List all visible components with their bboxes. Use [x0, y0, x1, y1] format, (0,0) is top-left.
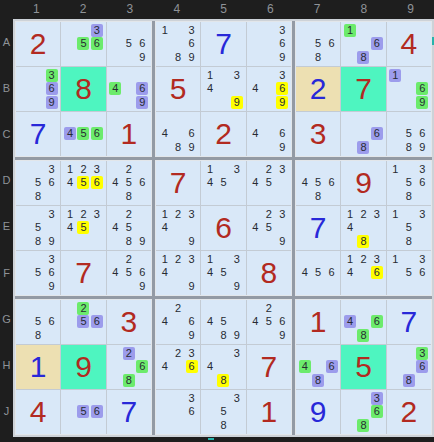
cell-E1[interactable]: 3589: [16, 206, 60, 250]
cell-G6[interactable]: 24569: [247, 300, 291, 344]
candidate-8: 8: [122, 374, 135, 387]
candidate-digit: 4: [159, 266, 171, 279]
candidate-digit: 9: [186, 141, 198, 154]
given-digit: 8: [61, 67, 105, 111]
empty-candidate-slot: [109, 190, 122, 203]
cell-B6[interactable]: 3469: [247, 67, 291, 111]
candidate-5: 5: [77, 37, 90, 50]
cell-B2[interactable]: 8: [61, 67, 105, 111]
empty-candidate-slot: [249, 114, 262, 127]
candidate-digit: 9: [186, 329, 198, 342]
empty-candidate-slot: [249, 302, 262, 315]
candidate-digit-purple: 3: [371, 392, 383, 405]
cell-H7[interactable]: 468: [296, 345, 340, 389]
given-digit: 2: [16, 22, 60, 66]
candidate-digit: 8: [403, 190, 415, 203]
candidate-digit: 1: [159, 24, 171, 37]
cell-F8[interactable]: 12346: [341, 251, 385, 295]
candidate-digit: 6: [186, 37, 198, 50]
cell-B3[interactable]: 469: [107, 67, 151, 111]
candidate-grid: 468: [298, 347, 338, 387]
candidate-digit: 9: [136, 51, 148, 64]
empty-candidate-slot: [136, 190, 149, 203]
cell-D8[interactable]: 9: [341, 161, 385, 205]
given-digit: 6: [201, 206, 245, 250]
empty-candidate-slot: [31, 82, 44, 95]
cell-E9[interactable]: 1358: [387, 206, 431, 250]
empty-candidate-slot: [109, 96, 122, 109]
candidate-3: 3: [416, 253, 429, 266]
cell-F5[interactable]: 13459: [201, 251, 245, 295]
empty-candidate-slot: [249, 24, 262, 37]
candidate-digit: 3: [231, 392, 243, 405]
candidate-digit: 5: [403, 266, 415, 279]
candidate-9: 9: [416, 141, 429, 154]
empty-candidate-slot: [122, 360, 135, 373]
candidate-4: 4: [203, 176, 216, 189]
candidate-digit: 6: [276, 315, 288, 328]
col-label-6: 6: [267, 2, 274, 16]
candidate-5: 5: [217, 405, 230, 418]
candidate-1: 1: [158, 253, 171, 266]
empty-candidate-slot: [298, 190, 311, 203]
empty-candidate-slot: [402, 114, 415, 127]
candidate-8: 8: [31, 190, 44, 203]
candidate-9: 9: [185, 51, 198, 64]
candidate-digit: 8: [123, 235, 135, 248]
candidate-4: 4: [109, 176, 122, 189]
candidate-3: 3: [185, 392, 198, 405]
candidate-8: 8: [357, 51, 370, 64]
cell-F2[interactable]: 7: [61, 251, 105, 295]
row-label-A: A: [3, 36, 10, 48]
empty-candidate-slot: [262, 82, 275, 95]
box-7: 5682563192684567: [15, 299, 152, 435]
candidate-grid: 12345: [63, 208, 103, 248]
candidate-8: 8: [122, 190, 135, 203]
cell-A8[interactable]: 168: [341, 22, 385, 66]
empty-candidate-slot: [63, 114, 76, 127]
empty-candidate-slot: [63, 329, 76, 342]
empty-candidate-slot: [402, 96, 415, 109]
empty-candidate-slot: [18, 266, 31, 279]
candidate-grid: 12346: [343, 253, 383, 293]
empty-candidate-slot: [370, 235, 383, 248]
cell-A4[interactable]: 13689: [156, 22, 200, 66]
candidate-digit-purple: 9: [136, 96, 148, 109]
candidate-digit-green: 1: [344, 24, 356, 37]
cell-F7[interactable]: 456: [296, 251, 340, 295]
cell-D4[interactable]: 7: [156, 161, 200, 205]
empty-candidate-slot: [217, 392, 230, 405]
empty-candidate-slot: [389, 266, 402, 279]
cell-G8[interactable]: 468: [341, 300, 385, 344]
candidate-3: 3: [45, 253, 58, 266]
cell-D5[interactable]: 1345: [201, 161, 245, 205]
empty-candidate-slot: [343, 405, 356, 418]
candidate-grid: 5689: [389, 114, 429, 154]
empty-candidate-slot: [357, 302, 370, 315]
candidate-digit: 9: [136, 280, 148, 293]
cell-D3[interactable]: 24568: [107, 161, 151, 205]
candidate-6: 6: [136, 266, 149, 279]
empty-candidate-slot: [45, 329, 58, 342]
candidate-9: 9: [230, 96, 243, 109]
candidate-2: 2: [171, 347, 184, 360]
cell-J4[interactable]: 36: [156, 390, 200, 434]
empty-candidate-slot: [158, 405, 171, 418]
cell-C6[interactable]: 469: [247, 112, 291, 156]
candidate-digit: 2: [357, 208, 369, 221]
candidate-digit-purple: 6: [326, 360, 338, 373]
cell-A3[interactable]: 569: [107, 22, 151, 66]
empty-candidate-slot: [158, 329, 171, 342]
candidate-digit: 6: [186, 315, 198, 328]
cell-D2[interactable]: 123456: [61, 161, 105, 205]
empty-candidate-slot: [325, 374, 338, 387]
cell-H3[interactable]: 268: [107, 345, 151, 389]
candidate-4: 4: [63, 221, 76, 234]
candidate-4: 4: [203, 266, 216, 279]
box-3: 5681684271693685689: [295, 21, 432, 157]
candidate-8: 8: [217, 329, 230, 342]
candidate-digit: 3: [276, 24, 288, 37]
candidate-4: 4: [158, 127, 171, 140]
candidate-digit: 4: [299, 266, 311, 279]
empty-candidate-slot: [77, 51, 90, 64]
candidate-9: 9: [230, 280, 243, 293]
candidate-2: 2: [77, 208, 90, 221]
empty-candidate-slot: [171, 419, 184, 432]
candidate-digit: 4: [299, 176, 311, 189]
candidate-2: 2: [171, 208, 184, 221]
empty-candidate-slot: [370, 302, 383, 315]
cell-J7[interactable]: 9: [296, 390, 340, 434]
empty-candidate-slot: [136, 24, 149, 37]
cell-D7[interactable]: 4568: [296, 161, 340, 205]
empty-candidate-slot: [90, 51, 103, 64]
empty-candidate-slot: [171, 360, 184, 373]
given-digit: 1: [296, 300, 340, 344]
empty-candidate-slot: [217, 190, 230, 203]
empty-candidate-slot: [158, 114, 171, 127]
candidate-5: 5: [77, 127, 90, 140]
cell-C5[interactable]: 2: [201, 112, 245, 156]
candidate-digit: 3: [371, 253, 383, 266]
given-digit: 5: [156, 67, 200, 111]
candidate-9: 9: [185, 235, 198, 248]
empty-candidate-slot: [262, 235, 275, 248]
candidate-digit: 3: [416, 163, 428, 176]
cell-C8[interactable]: 68: [341, 112, 385, 156]
cell-E7[interactable]: 7: [296, 206, 340, 250]
candidate-5: 5: [77, 405, 90, 418]
empty-candidate-slot: [311, 163, 324, 176]
candidate-digit: 4: [249, 82, 261, 95]
candidate-grid: 348: [203, 347, 243, 387]
candidate-6: 6: [416, 127, 429, 140]
cell-F3[interactable]: 24569: [107, 251, 151, 295]
row-label-E: E: [3, 220, 10, 232]
cell-C1[interactable]: 7: [16, 112, 60, 156]
candidate-digit-green: 6: [371, 315, 383, 328]
candidate-digit: 1: [159, 253, 171, 266]
candidate-digit-purple: 2: [123, 347, 135, 360]
cell-D9[interactable]: 13568: [387, 161, 431, 205]
candidate-2: 2: [171, 253, 184, 266]
cell-F1[interactable]: 3569: [16, 251, 60, 295]
candidate-grid: 3469: [249, 69, 289, 109]
candidate-8: 8: [217, 374, 230, 387]
candidate-2: 2: [122, 208, 135, 221]
candidate-4: 4: [249, 82, 262, 95]
candidate-grid: 56: [63, 392, 103, 432]
cell-A5[interactable]: 7: [201, 22, 245, 66]
candidate-4: 4: [298, 176, 311, 189]
candidate-5: 5: [311, 176, 324, 189]
empty-candidate-slot: [18, 208, 31, 221]
candidate-4: 4: [158, 360, 171, 373]
cell-F9[interactable]: 1356: [387, 251, 431, 295]
cell-C2[interactable]: 456: [61, 112, 105, 156]
candidate-4: 4: [298, 266, 311, 279]
given-digit: 2: [201, 112, 245, 156]
cell-F4[interactable]: 12349: [156, 251, 200, 295]
candidate-digit-purple: 8: [357, 51, 369, 64]
candidate-digit: 3: [276, 208, 288, 221]
cell-J2[interactable]: 56: [61, 390, 105, 434]
candidate-6: 6: [325, 266, 338, 279]
given-digit: 4: [16, 390, 60, 434]
candidate-digit: 4: [249, 315, 261, 328]
cell-J1[interactable]: 4: [16, 390, 60, 434]
candidate-digit: 5: [32, 266, 44, 279]
candidate-grid: 4589: [203, 302, 243, 342]
cell-B9[interactable]: 169: [387, 67, 431, 111]
cell-H6[interactable]: 7: [247, 345, 291, 389]
candidate-digit: 3: [276, 69, 288, 82]
cell-F6[interactable]: 8: [247, 251, 291, 295]
candidate-4: 4: [158, 266, 171, 279]
empty-candidate-slot: [217, 82, 230, 95]
cell-D1[interactable]: 3568: [16, 161, 60, 205]
candidate-8: 8: [357, 329, 370, 342]
cell-J8[interactable]: 368: [341, 390, 385, 434]
candidate-digit-yellow: 8: [357, 235, 369, 248]
candidate-digit: 9: [276, 235, 288, 248]
cell-E3[interactable]: 24589: [107, 206, 151, 250]
cell-C4[interactable]: 4689: [156, 112, 200, 156]
candidate-5: 5: [402, 266, 415, 279]
empty-candidate-slot: [63, 190, 76, 203]
empty-candidate-slot: [31, 280, 44, 293]
candidate-8: 8: [122, 235, 135, 248]
empty-candidate-slot: [203, 347, 216, 360]
empty-candidate-slot: [298, 253, 311, 266]
row-label-F: F: [3, 267, 10, 279]
empty-candidate-slot: [203, 302, 216, 315]
col-label-3: 3: [127, 2, 134, 16]
col-label-5: 5: [220, 2, 227, 16]
candidate-6: 6: [90, 176, 103, 189]
candidate-1: 1: [203, 253, 216, 266]
candidate-digit: 1: [389, 208, 401, 221]
candidate-5: 5: [262, 315, 275, 328]
column-labels: 123456789: [13, 1, 434, 16]
cell-H5[interactable]: 348: [201, 345, 245, 389]
candidate-1: 1: [158, 24, 171, 37]
empty-candidate-slot: [18, 82, 31, 95]
cell-C9[interactable]: 5689: [387, 112, 431, 156]
candidate-digit: 8: [403, 235, 415, 248]
cell-E8[interactable]: 12348: [341, 206, 385, 250]
candidate-grid: 68: [343, 114, 383, 154]
empty-candidate-slot: [217, 69, 230, 82]
candidate-digit: 3: [371, 208, 383, 221]
candidate-digit: 6: [46, 176, 58, 189]
cell-A7[interactable]: 568: [296, 22, 340, 66]
candidate-digit: 6: [186, 127, 198, 140]
candidate-digit: 4: [204, 82, 216, 95]
empty-candidate-slot: [343, 127, 356, 140]
candidate-6: 6: [370, 266, 383, 279]
candidate-9: 9: [276, 235, 289, 248]
candidate-grid: 369: [18, 69, 58, 109]
empty-candidate-slot: [370, 221, 383, 234]
candidate-9: 9: [185, 280, 198, 293]
cell-J9[interactable]: 2: [387, 390, 431, 434]
empty-candidate-slot: [325, 163, 338, 176]
cell-B5[interactable]: 1349: [201, 67, 245, 111]
candidate-6: 6: [90, 405, 103, 418]
cell-G3[interactable]: 3: [107, 300, 151, 344]
cell-H8[interactable]: 5: [341, 345, 385, 389]
candidate-3: 3: [45, 69, 58, 82]
empty-candidate-slot: [203, 96, 216, 109]
cell-A6[interactable]: 369: [247, 22, 291, 66]
cell-E6[interactable]: 23459: [247, 206, 291, 250]
candidate-grid: 24568: [109, 163, 149, 203]
cell-H2[interactable]: 9: [61, 345, 105, 389]
empty-candidate-slot: [357, 114, 370, 127]
candidate-9: 9: [45, 96, 58, 109]
cell-C3[interactable]: 1: [107, 112, 151, 156]
candidate-digit: 5: [123, 221, 135, 234]
solved-digit: 7: [387, 300, 431, 344]
candidate-digit: 5: [312, 176, 324, 189]
cell-G2[interactable]: 256: [61, 300, 105, 344]
empty-candidate-slot: [389, 190, 402, 203]
empty-candidate-slot: [90, 221, 103, 234]
candidate-5: 5: [122, 176, 135, 189]
candidate-6: 6: [185, 360, 198, 373]
cell-J3[interactable]: 7: [107, 390, 151, 434]
cell-A2[interactable]: 356: [61, 22, 105, 66]
cell-G7[interactable]: 1: [296, 300, 340, 344]
empty-candidate-slot: [31, 302, 44, 315]
empty-candidate-slot: [230, 360, 243, 373]
cell-H9[interactable]: 368: [387, 345, 431, 389]
cell-E4[interactable]: 12349: [156, 206, 200, 250]
empty-candidate-slot: [402, 163, 415, 176]
empty-candidate-slot: [343, 419, 356, 432]
solved-digit: 7: [296, 206, 340, 250]
candidate-2: 2: [77, 302, 90, 315]
candidate-9: 9: [276, 329, 289, 342]
cell-A1[interactable]: 2: [16, 22, 60, 66]
candidate-digit: 5: [263, 221, 275, 234]
candidate-digit: 5: [32, 221, 44, 234]
empty-candidate-slot: [18, 315, 31, 328]
candidate-digit-green: 6: [91, 127, 103, 140]
empty-candidate-slot: [122, 96, 135, 109]
candidate-6: 6: [276, 37, 289, 50]
empty-candidate-slot: [31, 253, 44, 266]
empty-candidate-slot: [18, 253, 31, 266]
candidate-digit: 3: [46, 253, 58, 266]
candidate-9: 9: [45, 280, 58, 293]
cell-B7[interactable]: 2: [296, 67, 340, 111]
candidate-3: 3: [45, 208, 58, 221]
candidate-digit-purple: 6: [371, 127, 383, 140]
cell-G1[interactable]: 568: [16, 300, 60, 344]
candidate-3: 3: [276, 208, 289, 221]
candidate-grid: 369: [249, 24, 289, 64]
candidate-digit: 5: [123, 176, 135, 189]
candidate-digit: 2: [172, 302, 184, 315]
cell-G9[interactable]: 7: [387, 300, 431, 344]
cell-B4[interactable]: 5: [156, 67, 200, 111]
cell-G5[interactable]: 4589: [201, 300, 245, 344]
candidate-digit-green: 6: [371, 405, 383, 418]
empty-candidate-slot: [77, 392, 90, 405]
candidate-digit-green: 8: [357, 419, 369, 432]
empty-candidate-slot: [18, 329, 31, 342]
candidate-6: 6: [370, 37, 383, 50]
cell-H4[interactable]: 2346: [156, 345, 200, 389]
cell-E5[interactable]: 6: [201, 206, 245, 250]
cell-D6[interactable]: 2345: [247, 161, 291, 205]
cell-E2[interactable]: 12345: [61, 206, 105, 250]
cell-G4[interactable]: 2469: [156, 300, 200, 344]
candidate-digit-purple: 5: [77, 405, 89, 418]
candidate-8: 8: [357, 141, 370, 154]
candidate-digit-yellow: 8: [217, 374, 229, 387]
empty-candidate-slot: [136, 163, 149, 176]
cell-H1[interactable]: 1: [16, 345, 60, 389]
candidate-3: 3: [185, 253, 198, 266]
empty-candidate-slot: [249, 37, 262, 50]
candidate-8: 8: [402, 374, 415, 387]
empty-candidate-slot: [122, 280, 135, 293]
cell-A9[interactable]: 4: [387, 22, 431, 66]
candidate-2: 2: [122, 253, 135, 266]
candidate-4: 4: [249, 176, 262, 189]
cell-B8[interactable]: 7: [341, 67, 385, 111]
candidate-digit: 8: [217, 419, 229, 432]
cell-J5[interactable]: 358: [201, 390, 245, 434]
cell-B1[interactable]: 369: [16, 67, 60, 111]
empty-candidate-slot: [416, 190, 429, 203]
empty-candidate-slot: [18, 235, 31, 248]
empty-candidate-slot: [171, 24, 184, 37]
empty-candidate-slot: [325, 280, 338, 293]
cell-J6[interactable]: 1: [247, 390, 291, 434]
candidate-digit: 1: [204, 69, 216, 82]
cell-C7[interactable]: 3: [296, 112, 340, 156]
candidate-digit-purple: 6: [91, 315, 103, 328]
empty-candidate-slot: [185, 221, 198, 234]
